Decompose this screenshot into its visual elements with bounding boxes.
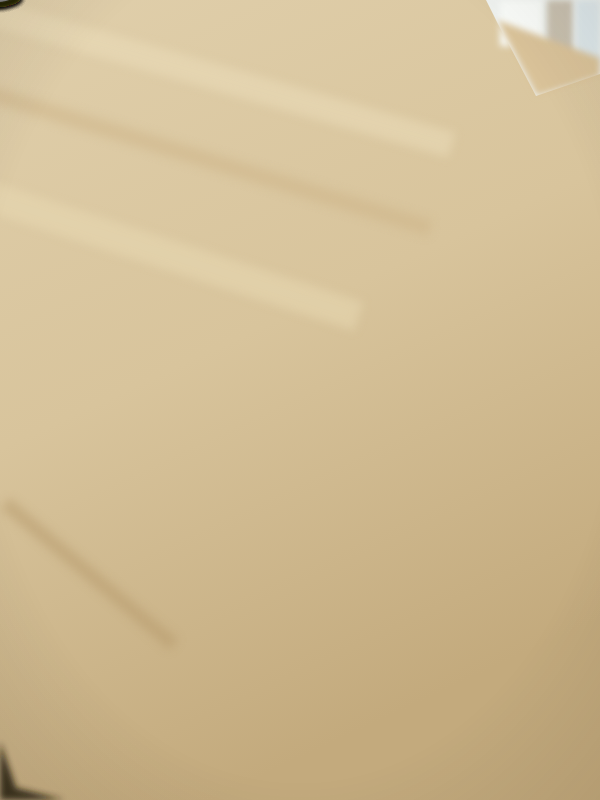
photo-chessboard-scene xyxy=(0,0,600,800)
board-svg xyxy=(0,0,600,800)
vignette xyxy=(0,0,600,800)
